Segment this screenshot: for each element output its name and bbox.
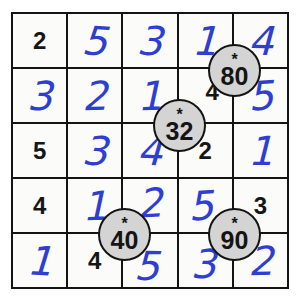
product-clue-32: *32 xyxy=(153,99,206,152)
cell-r2c1[interactable]: 3 xyxy=(13,69,66,122)
cell-r1c3[interactable]: 3 xyxy=(123,14,176,67)
cell-r3c5[interactable]: 1 xyxy=(234,124,287,177)
cell-r4c1: 4 xyxy=(13,179,66,232)
cell-r2c2[interactable]: 2 xyxy=(68,69,121,122)
cell-r1c1: 2 xyxy=(13,14,66,67)
solved-digit: 5 xyxy=(81,20,109,62)
given-digit: 2 xyxy=(33,29,46,53)
puzzle-page: { "game": "quad-product latin square puz… xyxy=(0,0,300,300)
product-value: 32 xyxy=(166,119,194,143)
product-clue-90: *90 xyxy=(208,208,261,261)
cell-r1c2[interactable]: 5 xyxy=(68,14,121,67)
cell-r3c2[interactable]: 3 xyxy=(68,124,121,177)
product-value: 90 xyxy=(221,228,249,252)
cell-r5c1[interactable]: 1 xyxy=(13,234,66,287)
cell-r3c1: 5 xyxy=(13,124,66,177)
product-clue-80: *80 xyxy=(208,44,261,97)
solved-digit: 3 xyxy=(136,20,164,61)
given-digit: 2 xyxy=(199,139,212,163)
solved-digit: 3 xyxy=(81,130,109,171)
solved-digit: 3 xyxy=(27,76,52,116)
product-value: 40 xyxy=(111,228,139,252)
given-digit: 3 xyxy=(254,194,267,218)
given-digit: 4 xyxy=(88,249,101,273)
puzzle-board: 2531432145534214125314532*80*32*40*90 xyxy=(11,12,289,289)
solved-digit: 1 xyxy=(26,240,54,281)
product-clue-40: *40 xyxy=(98,208,151,261)
given-digit: 4 xyxy=(33,194,46,218)
solved-digit: 2 xyxy=(82,75,108,115)
product-value: 80 xyxy=(221,64,249,88)
given-digit: 5 xyxy=(33,139,46,163)
solved-digit: 1 xyxy=(248,131,273,171)
